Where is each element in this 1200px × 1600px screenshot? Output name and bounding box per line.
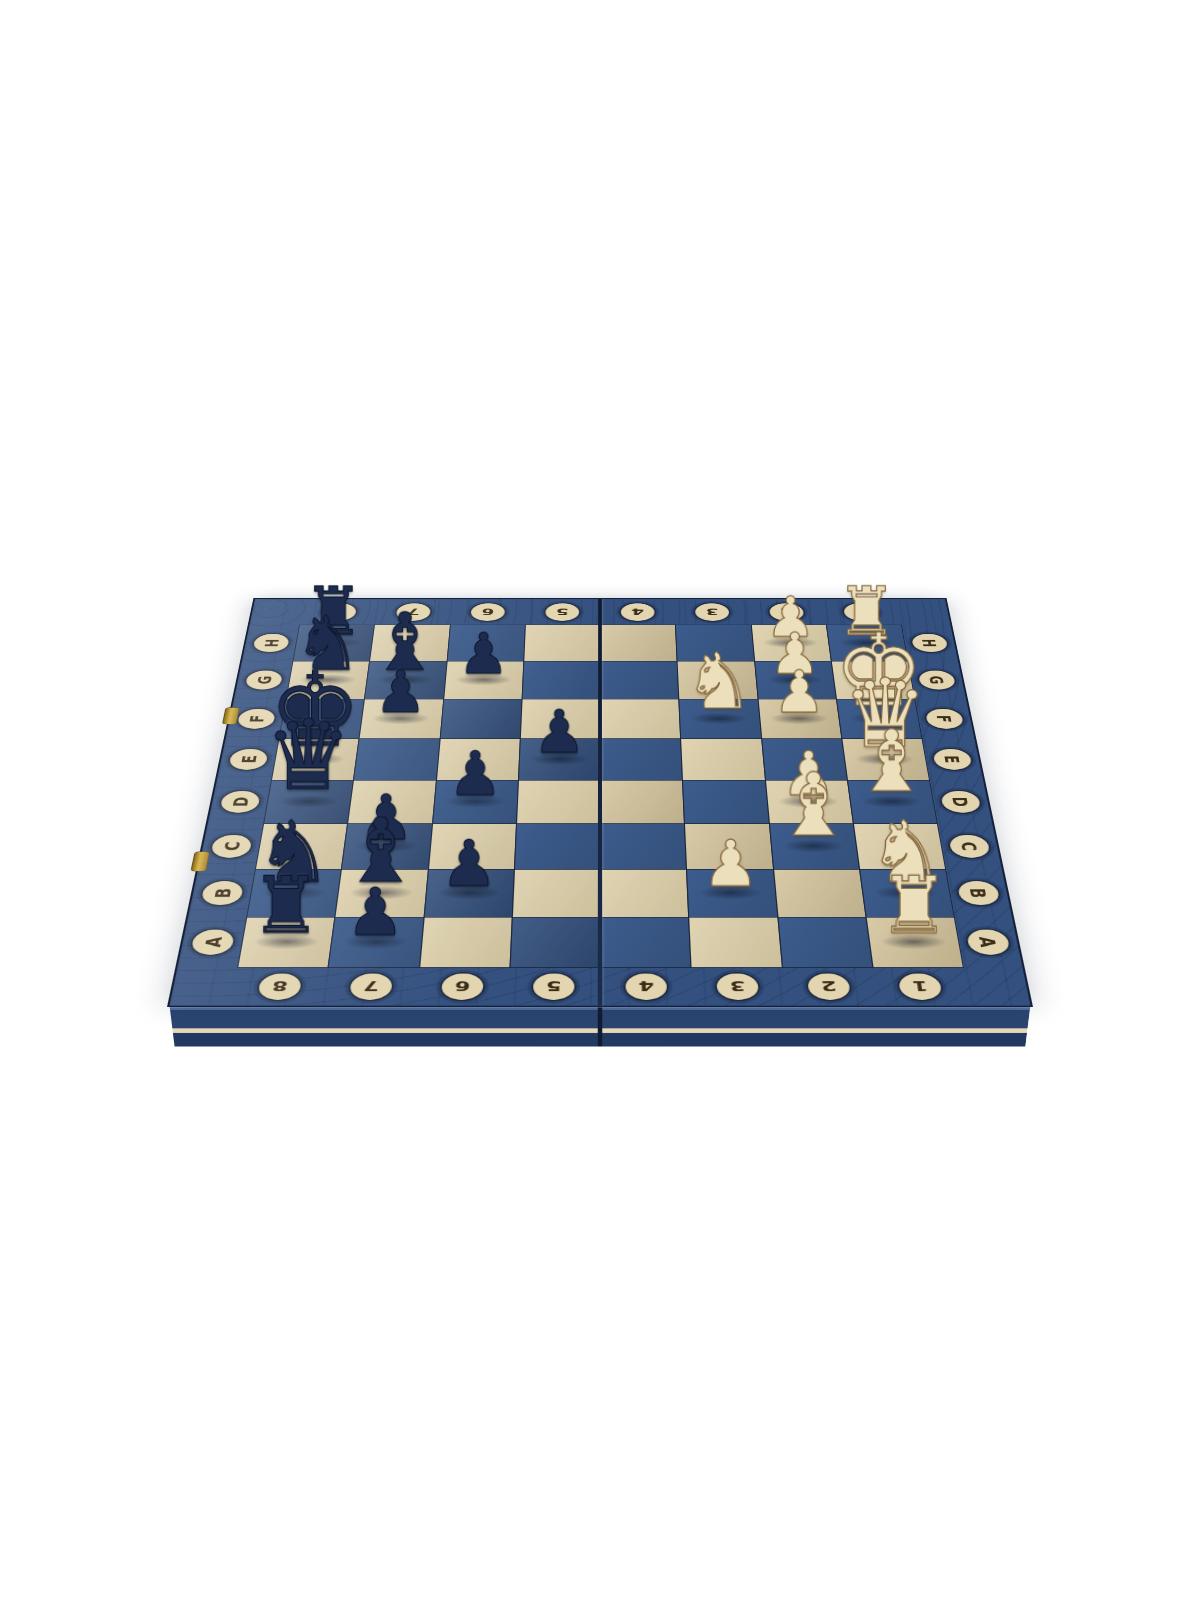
black-pawn-glyph: ♟ xyxy=(346,879,405,944)
fold-seam-side xyxy=(598,1007,602,1046)
border-corner xyxy=(963,967,1031,1005)
black-rook-glyph: ♜ xyxy=(251,866,321,945)
brass-clasp xyxy=(190,852,210,872)
border-corner xyxy=(170,967,238,1005)
back-rank-label: 5 xyxy=(525,599,600,625)
square-h4[interactable] xyxy=(600,625,678,662)
white-pawn-glyph: ♟ xyxy=(773,663,825,721)
piece-black-pawn-g6[interactable]: ♟ xyxy=(436,625,531,682)
black-pawn-glyph: ♟ xyxy=(458,625,509,682)
square-e4[interactable] xyxy=(600,739,683,781)
front-rank-label: 3 xyxy=(691,967,785,1005)
front-rank-label: 1 xyxy=(872,967,970,1005)
square-g4[interactable] xyxy=(600,661,680,699)
square-e3[interactable] xyxy=(680,739,765,781)
front-rank-label: 2 xyxy=(781,967,877,1005)
piece-white-pawn-b3[interactable]: ♟ xyxy=(678,831,784,895)
front-rank-label: 7 xyxy=(323,967,419,1005)
square-b4[interactable] xyxy=(600,869,690,918)
perspective-wrapper: 8877665544332211HHGGFFEEDDCCBBAA♜♟♜♞♝♟♟♟… xyxy=(217,430,983,1130)
back-rank-label: 4 xyxy=(600,599,675,625)
black-pawn-glyph: ♟ xyxy=(440,831,497,895)
white-bishop-glyph: ♝ xyxy=(774,761,852,848)
square-g5[interactable] xyxy=(521,661,601,699)
box-side-panel xyxy=(170,1006,1031,1047)
front-rank-label: 8 xyxy=(230,967,328,1005)
label-disc: 5 xyxy=(531,972,577,1001)
square-a3[interactable] xyxy=(688,917,782,968)
label-disc: 4 xyxy=(623,972,669,1001)
square-f4[interactable] xyxy=(600,699,681,739)
back-rank-label: 3 xyxy=(674,599,750,625)
square-b5[interactable] xyxy=(512,869,602,918)
label-disc: 3 xyxy=(693,602,732,621)
front-rank-label: 6 xyxy=(415,967,509,1005)
black-pawn-glyph: ♟ xyxy=(375,663,427,721)
square-c4[interactable] xyxy=(600,823,687,869)
piece-black-pawn-a7[interactable]: ♟ xyxy=(321,879,430,944)
piece-black-pawn-d6[interactable]: ♟ xyxy=(424,743,525,804)
white-knight-glyph: ♞ xyxy=(685,643,754,720)
piece-black-pawn-b6[interactable]: ♟ xyxy=(416,831,522,895)
piece-white-rook-a1[interactable]: ♜ xyxy=(859,866,968,945)
label-disc: A xyxy=(963,928,1013,956)
square-a6[interactable] xyxy=(419,917,513,968)
label-disc: 8 xyxy=(254,972,304,1001)
label-disc: 2 xyxy=(805,972,854,1001)
square-a5[interactable] xyxy=(509,917,601,968)
square-a4[interactable] xyxy=(600,917,692,968)
white-pawn-glyph: ♟ xyxy=(703,831,760,895)
label-disc: 6 xyxy=(439,972,487,1001)
square-c5[interactable] xyxy=(514,823,601,869)
black-pawn-glyph: ♟ xyxy=(448,743,503,804)
white-rook-glyph: ♜ xyxy=(879,866,949,945)
front-rank-label: 5 xyxy=(508,967,600,1005)
label-disc: 4 xyxy=(619,602,657,621)
label-disc: 3 xyxy=(714,972,762,1001)
label-disc: 1 xyxy=(896,972,946,1001)
label-disc: 5 xyxy=(544,602,582,621)
square-d5[interactable] xyxy=(516,780,601,824)
label-disc: 6 xyxy=(469,602,508,621)
chess-board: 8877665544332211HHGGFFEEDDCCBBAA♜♟♜♞♝♟♟♟… xyxy=(170,599,1031,1005)
square-d4[interactable] xyxy=(600,780,685,824)
black-pawn-glyph: ♟ xyxy=(533,702,586,761)
piece-black-pawn-f7[interactable]: ♟ xyxy=(353,663,450,721)
label-disc: A xyxy=(187,928,237,956)
front-rank-label: 4 xyxy=(600,967,692,1005)
square-h5[interactable] xyxy=(523,625,601,662)
photo-background: 8877665544332211HHGGFFEEDDCCBBAA♜♟♜♞♝♟♟♟… xyxy=(0,0,1200,1600)
square-d3[interactable] xyxy=(682,780,769,824)
label-disc: 7 xyxy=(346,972,395,1001)
